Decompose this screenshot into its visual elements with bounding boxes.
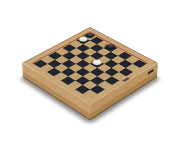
checkers-box: [22, 27, 158, 105]
product-photo-scene: [0, 0, 180, 145]
finger-notch-slot: [148, 68, 154, 74]
